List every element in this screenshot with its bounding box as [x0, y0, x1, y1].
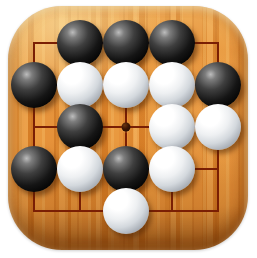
black-stone: ●	[195, 62, 241, 108]
white-stone: ○	[103, 188, 149, 234]
black-stone: ●	[57, 20, 103, 66]
black-stone: ●	[57, 104, 103, 150]
white-stone: ○	[57, 62, 103, 108]
go-board: ●●●●○○○●●○○●○●○○	[8, 6, 248, 250]
go-app-icon[interactable]: ●●●●○○○●●○○●○●○○	[8, 6, 248, 250]
black-stone-glyph: ●	[17, 146, 52, 192]
white-stone: ○	[149, 62, 195, 108]
black-stone-glyph: ●	[109, 20, 144, 66]
black-stone-glyph: ●	[63, 20, 98, 66]
white-stone-glyph: ○	[63, 146, 98, 192]
white-stone-glyph: ○	[155, 62, 190, 108]
white-stone-glyph: ○	[155, 146, 190, 192]
black-stone-glyph: ●	[201, 62, 236, 108]
black-stone: ●	[103, 146, 149, 192]
white-stone: ○	[195, 104, 241, 150]
white-stone-glyph: ○	[201, 104, 236, 150]
white-stone-glyph: ○	[109, 62, 144, 108]
black-stone: ●	[103, 20, 149, 66]
white-stone-glyph: ○	[109, 188, 144, 234]
white-stone: ○	[57, 146, 103, 192]
black-stone: ●	[11, 62, 57, 108]
white-stone-glyph: ○	[155, 104, 190, 150]
screenshot-canvas: ●●●●○○○●●○○●○●○○	[0, 0, 257, 258]
black-stone-glyph: ●	[17, 62, 52, 108]
black-stone-glyph: ●	[155, 20, 190, 66]
star-point	[122, 123, 131, 132]
white-stone: ○	[103, 62, 149, 108]
black-stone-glyph: ●	[109, 146, 144, 192]
white-stone-glyph: ○	[63, 62, 98, 108]
black-stone: ●	[149, 20, 195, 66]
black-stone: ●	[11, 146, 57, 192]
black-stone-glyph: ●	[63, 104, 98, 150]
white-stone: ○	[149, 104, 195, 150]
white-stone: ○	[149, 146, 195, 192]
